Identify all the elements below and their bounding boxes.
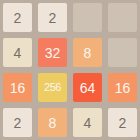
tile-32: 32 [38,38,67,67]
tile-8: 8 [38,108,67,137]
empty-cell [73,3,102,32]
empty-cell [108,38,137,67]
tile-64: 64 [73,73,102,102]
tile-256: 256 [38,73,67,102]
tile-4: 4 [3,38,32,67]
tile-2: 2 [3,108,32,137]
tile-2: 2 [3,3,32,32]
tile-8: 8 [73,38,102,67]
tile-4: 4 [73,108,102,137]
empty-cell [108,3,137,32]
game-board-2048[interactable]: 2243281625664162842 [0,0,140,140]
tile-2: 2 [108,108,137,137]
tile-2: 2 [38,3,67,32]
tile-16: 16 [108,73,137,102]
tile-16: 16 [3,73,32,102]
